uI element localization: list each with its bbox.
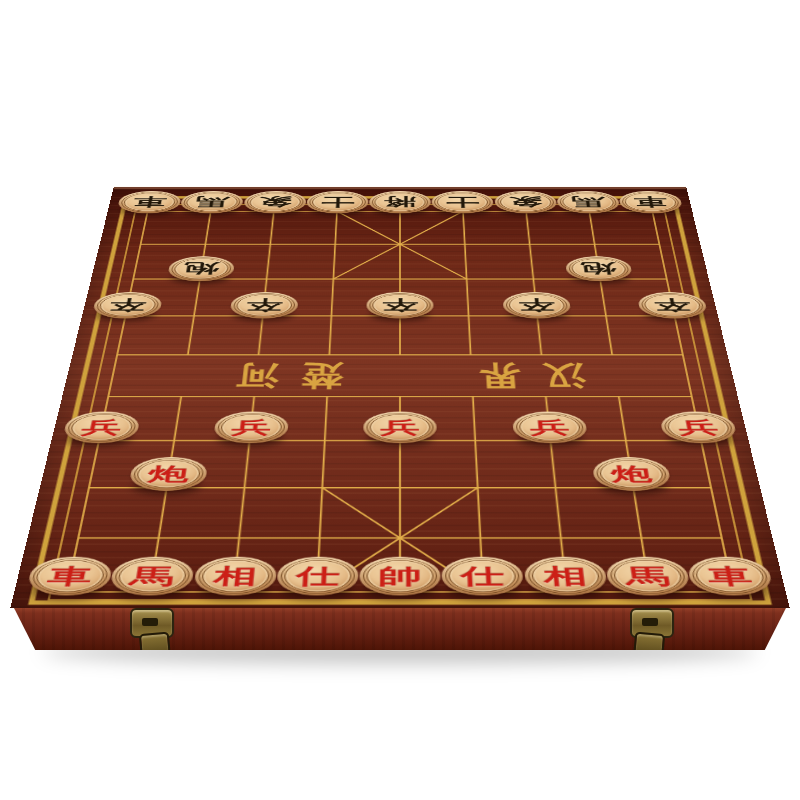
piece-black-elephant[interactable]: 象 <box>494 191 558 213</box>
piece-black-horse[interactable]: 馬 <box>556 191 621 213</box>
piece-black-soldier[interactable]: 卒 <box>91 292 163 318</box>
piece-glyph: 炮 <box>167 256 236 281</box>
piece-glyph: 將 <box>369 191 431 213</box>
piece-glyph: 馬 <box>179 191 244 213</box>
river-right-label: 汉界 <box>456 360 589 390</box>
piece-black-general[interactable]: 將 <box>369 191 431 213</box>
piece-glyph: 卒 <box>366 292 434 318</box>
piece-black-chariot[interactable]: 車 <box>116 191 182 213</box>
piece-black-soldier[interactable]: 卒 <box>366 292 434 318</box>
piece-black-cannon[interactable]: 炮 <box>564 256 633 281</box>
river-left-label: 楚河 <box>212 360 345 390</box>
piece-glyph: 卒 <box>636 292 708 318</box>
piece-black-soldier[interactable]: 卒 <box>636 292 708 318</box>
piece-glyph: 炮 <box>564 256 633 281</box>
piece-glyph: 馬 <box>556 191 621 213</box>
piece-glyph: 象 <box>494 191 558 213</box>
piece-glyph: 車 <box>618 191 684 213</box>
box-front-face <box>12 604 788 650</box>
piece-glyph: 象 <box>243 191 307 213</box>
xiangqi-set-photo: 楚河 汉界 車馬象士將士象馬車炮炮卒卒卒卒卒兵兵兵兵兵炮炮車馬相仕帥仕相馬車 <box>0 0 800 800</box>
piece-black-advisor[interactable]: 士 <box>432 191 495 213</box>
piece-glyph: 車 <box>116 191 182 213</box>
piece-glyph: 卒 <box>229 292 299 318</box>
piece-black-elephant[interactable]: 象 <box>243 191 307 213</box>
piece-glyph: 卒 <box>502 292 572 318</box>
piece-black-advisor[interactable]: 士 <box>306 191 369 213</box>
xiangqi-board: 楚河 汉界 車馬象士將士象馬車炮炮卒卒卒卒卒兵兵兵兵兵炮炮車馬相仕帥仕相馬車 <box>10 187 789 608</box>
piece-glyph: 卒 <box>91 292 163 318</box>
piece-black-chariot[interactable]: 車 <box>618 191 684 213</box>
piece-black-soldier[interactable]: 卒 <box>502 292 572 318</box>
piece-black-horse[interactable]: 馬 <box>179 191 244 213</box>
piece-glyph: 士 <box>432 191 495 213</box>
piece-glyph: 士 <box>306 191 369 213</box>
piece-black-soldier[interactable]: 卒 <box>229 292 299 318</box>
piece-black-cannon[interactable]: 炮 <box>167 256 236 281</box>
board-grid: 楚河 汉界 <box>10 187 789 608</box>
